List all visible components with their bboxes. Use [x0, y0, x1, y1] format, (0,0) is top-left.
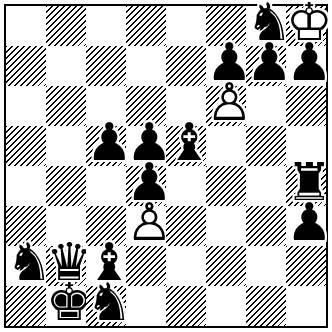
square-b7[interactable]: [46, 46, 86, 86]
square-a6[interactable]: [6, 86, 46, 126]
square-c1[interactable]: ♞: [86, 286, 126, 326]
black-knight[interactable]: ♞: [6, 246, 46, 286]
square-h1[interactable]: [286, 286, 326, 326]
black-king[interactable]: ♚: [46, 286, 86, 326]
square-b8[interactable]: [46, 6, 86, 46]
square-e7[interactable]: [166, 46, 206, 86]
black-pawn[interactable]: ♟: [86, 126, 126, 166]
square-g5[interactable]: [246, 126, 286, 166]
black-pawn[interactable]: ♟: [286, 46, 326, 86]
square-f3[interactable]: [206, 206, 246, 246]
square-h3[interactable]: ♟: [286, 206, 326, 246]
square-a8[interactable]: [6, 6, 46, 46]
square-a4[interactable]: [6, 166, 46, 206]
square-d7[interactable]: [126, 46, 166, 86]
square-h7[interactable]: ♟: [286, 46, 326, 86]
square-d8[interactable]: [126, 6, 166, 46]
square-f1[interactable]: [206, 286, 246, 326]
square-g1[interactable]: [246, 286, 286, 326]
square-f4[interactable]: [206, 166, 246, 206]
chess-board: ♞♚♔♟♟♟♟♙♟♟♝♟♜♟♙♟♞♛♝♚♞: [6, 6, 326, 326]
chess-diagram: ♞♚♔♟♟♟♟♙♟♟♝♟♜♟♙♟♞♛♝♚♞: [0, 0, 332, 332]
square-b6[interactable]: [46, 86, 86, 126]
board-frame: ♞♚♔♟♟♟♟♙♟♟♝♟♜♟♙♟♞♛♝♚♞: [4, 4, 328, 328]
square-a7[interactable]: [6, 46, 46, 86]
square-g2[interactable]: [246, 246, 286, 286]
square-b4[interactable]: [46, 166, 86, 206]
square-g3[interactable]: [246, 206, 286, 246]
square-b5[interactable]: [46, 126, 86, 166]
square-g6[interactable]: [246, 86, 286, 126]
square-a5[interactable]: [6, 126, 46, 166]
black-pawn[interactable]: ♟: [286, 206, 326, 246]
square-c5[interactable]: ♟: [86, 126, 126, 166]
square-d1[interactable]: [126, 286, 166, 326]
square-b1[interactable]: ♚: [46, 286, 86, 326]
square-a1[interactable]: [6, 286, 46, 326]
square-e2[interactable]: [166, 246, 206, 286]
square-c8[interactable]: [86, 6, 126, 46]
square-c4[interactable]: [86, 166, 126, 206]
black-knight[interactable]: ♞: [86, 286, 126, 326]
square-g4[interactable]: [246, 166, 286, 206]
square-c7[interactable]: [86, 46, 126, 86]
square-e8[interactable]: [166, 6, 206, 46]
square-h2[interactable]: [286, 246, 326, 286]
square-h6[interactable]: [286, 86, 326, 126]
square-f5[interactable]: [206, 126, 246, 166]
square-a2[interactable]: ♞: [6, 246, 46, 286]
square-e3[interactable]: [166, 206, 206, 246]
square-e1[interactable]: [166, 286, 206, 326]
square-f2[interactable]: [206, 246, 246, 286]
